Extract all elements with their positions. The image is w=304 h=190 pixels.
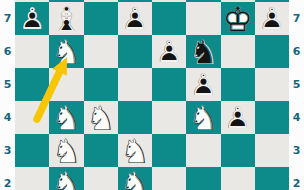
board-square-h5[interactable] xyxy=(255,68,289,101)
white-knight-b4[interactable]: ♞♘ xyxy=(49,101,83,134)
black-pawn-a7[interactable]: ♟♙ xyxy=(15,2,49,35)
white-knight-b6[interactable]: ♞♘ xyxy=(49,35,83,68)
board-square-h3[interactable] xyxy=(255,134,289,167)
board-square-c4[interactable]: ♞♘ xyxy=(84,101,118,134)
board-square-e2[interactable] xyxy=(152,167,186,190)
white-king-g7[interactable]: ♚♔ xyxy=(221,2,255,35)
black-knight-f6[interactable]: ♞♘ xyxy=(186,35,220,68)
white-knight-b3[interactable]: ♞♘ xyxy=(49,134,83,167)
rank-label-left-7: 7 xyxy=(0,2,15,35)
board-square-a5[interactable] xyxy=(15,68,49,101)
white-knight-b2[interactable]: ♞♘ xyxy=(49,167,83,190)
rank-label-left-2: 2 xyxy=(0,167,15,190)
board-square-c7[interactable] xyxy=(84,2,118,35)
board-square-a6[interactable] xyxy=(15,35,49,68)
board-square-a2[interactable] xyxy=(15,167,49,190)
board-square-a3[interactable] xyxy=(15,134,49,167)
board-square-d4[interactable] xyxy=(118,101,152,134)
board-square-g6[interactable] xyxy=(221,35,255,68)
black-pawn-e6[interactable]: ♟♙ xyxy=(152,35,186,68)
board-square-a7[interactable]: ♟♙ xyxy=(15,2,49,35)
board-square-d5[interactable] xyxy=(118,68,152,101)
board-square-h2[interactable] xyxy=(255,167,289,190)
board-square-e3[interactable] xyxy=(152,134,186,167)
rank-label-right-3: 3 xyxy=(289,134,304,167)
white-knight-c4[interactable]: ♞♘ xyxy=(84,101,118,134)
board-square-f2[interactable] xyxy=(186,167,220,190)
white-knight-d3[interactable]: ♞♘ xyxy=(118,134,152,167)
white-knight-f4[interactable]: ♞♘ xyxy=(186,101,220,134)
board-square-f6[interactable]: ♞♘ xyxy=(186,35,220,68)
rank-label-right-5: 5 xyxy=(289,68,304,101)
board-square-h4[interactable] xyxy=(255,101,289,134)
board-square-g5[interactable] xyxy=(221,68,255,101)
board-square-g2[interactable] xyxy=(221,167,255,190)
board-square-c3[interactable] xyxy=(84,134,118,167)
rank-label-left-4: 4 xyxy=(0,101,15,134)
chess-puzzle-screenshot: 765432 765432 ♟♙♝♗♟♙♚♔♟♙♞♘♟♙♞♘♟♙♞♘♞♘♞♘♟♙… xyxy=(0,0,304,190)
board-square-h6[interactable] xyxy=(255,35,289,68)
black-pawn-f5[interactable]: ♟♙ xyxy=(186,68,220,101)
board-square-d7[interactable]: ♟♙ xyxy=(118,2,152,35)
rank-labels-left: 765432 xyxy=(0,0,15,190)
board-square-b4[interactable]: ♞♘ xyxy=(49,101,83,134)
rank-label-right-2: 2 xyxy=(289,167,304,190)
board-square-b7[interactable]: ♝♗ xyxy=(49,2,83,35)
rank-label-right-6: 6 xyxy=(289,35,304,68)
board-square-f7[interactable] xyxy=(186,2,220,35)
board-square-f4[interactable]: ♞♘ xyxy=(186,101,220,134)
rank-label-right-4: 4 xyxy=(289,101,304,134)
white-knight-d2[interactable]: ♞♘ xyxy=(118,167,152,190)
black-pawn-d7[interactable]: ♟♙ xyxy=(118,2,152,35)
board-square-a4[interactable] xyxy=(15,101,49,134)
board-square-f3[interactable] xyxy=(186,134,220,167)
rank-label-left-5: 5 xyxy=(0,68,15,101)
board-square-b3[interactable]: ♞♘ xyxy=(49,134,83,167)
board-square-d2[interactable]: ♞♘ xyxy=(118,167,152,190)
black-bishop-b7[interactable]: ♝♗ xyxy=(49,2,83,35)
board-square-e7[interactable] xyxy=(152,2,186,35)
rank-label-left-6: 6 xyxy=(0,35,15,68)
board-square-e6[interactable]: ♟♙ xyxy=(152,35,186,68)
board-square-g7[interactable]: ♚♔ xyxy=(221,2,255,35)
black-pawn-h7[interactable]: ♟♙ xyxy=(255,2,289,35)
board-square-d3[interactable]: ♞♘ xyxy=(118,134,152,167)
chess-board: ♟♙♝♗♟♙♚♔♟♙♞♘♟♙♞♘♟♙♞♘♞♘♞♘♟♙♞♘♞♘♞♘♞♘ xyxy=(15,0,289,190)
rank-label-right-7: 7 xyxy=(289,2,304,35)
board-square-g4[interactable]: ♟♙ xyxy=(221,101,255,134)
board-square-c2[interactable] xyxy=(84,167,118,190)
board-square-f5[interactable]: ♟♙ xyxy=(186,68,220,101)
board-square-e4[interactable] xyxy=(152,101,186,134)
board-square-b5[interactable] xyxy=(49,68,83,101)
rank-labels-right: 765432 xyxy=(289,0,304,190)
board-square-d6[interactable] xyxy=(118,35,152,68)
board-square-c5[interactable] xyxy=(84,68,118,101)
board-square-g3[interactable] xyxy=(221,134,255,167)
black-pawn-g4[interactable]: ♟♙ xyxy=(221,101,255,134)
board-square-b6[interactable]: ♞♘ xyxy=(49,35,83,68)
board-square-e5[interactable] xyxy=(152,68,186,101)
board-square-c6[interactable] xyxy=(84,35,118,68)
board-square-b2[interactable]: ♞♘ xyxy=(49,167,83,190)
board-square-h7[interactable]: ♟♙ xyxy=(255,2,289,35)
rank-label-left-3: 3 xyxy=(0,134,15,167)
